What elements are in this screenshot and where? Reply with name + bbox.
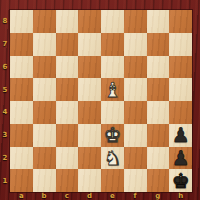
square-a4[interactable] xyxy=(10,101,33,124)
file-label-g: g xyxy=(147,192,170,200)
square-f6[interactable] xyxy=(124,56,147,79)
square-g1[interactable] xyxy=(147,169,170,192)
file-label-a: a xyxy=(10,192,33,200)
square-f8[interactable] xyxy=(124,10,147,33)
piece-white-bishop-e5[interactable]: ♝ xyxy=(101,78,124,101)
square-b2[interactable] xyxy=(33,147,56,170)
square-d1[interactable] xyxy=(78,169,101,192)
square-g8[interactable] xyxy=(147,10,170,33)
square-d4[interactable] xyxy=(78,101,101,124)
file-label-f: f xyxy=(124,192,147,200)
square-c6[interactable] xyxy=(56,56,79,79)
square-c4[interactable] xyxy=(56,101,79,124)
square-f3[interactable] xyxy=(124,124,147,147)
square-d8[interactable] xyxy=(78,10,101,33)
square-a7[interactable] xyxy=(10,33,33,56)
square-f2[interactable] xyxy=(124,147,147,170)
square-a2[interactable] xyxy=(10,147,33,170)
square-a5[interactable] xyxy=(10,78,33,101)
chess-board-frame: ♝♚♟♞♟♚ 87654321 abcdefgh xyxy=(0,0,200,200)
square-h4[interactable] xyxy=(169,101,192,124)
rank-label-3: 3 xyxy=(0,124,10,147)
square-c5[interactable] xyxy=(56,78,79,101)
square-h6[interactable] xyxy=(169,56,192,79)
piece-white-knight-e2[interactable]: ♞ xyxy=(101,147,124,170)
square-h5[interactable] xyxy=(169,78,192,101)
rank-label-5: 5 xyxy=(0,78,10,101)
piece-black-pawn-h3[interactable]: ♟ xyxy=(169,124,192,147)
square-b1[interactable] xyxy=(33,169,56,192)
square-a8[interactable] xyxy=(10,10,33,33)
square-b8[interactable] xyxy=(33,10,56,33)
square-h7[interactable] xyxy=(169,33,192,56)
rank-label-2: 2 xyxy=(0,147,10,170)
square-f7[interactable] xyxy=(124,33,147,56)
square-h1[interactable]: ♚ xyxy=(169,169,192,192)
square-g4[interactable] xyxy=(147,101,170,124)
square-d7[interactable] xyxy=(78,33,101,56)
square-c3[interactable] xyxy=(56,124,79,147)
rank-label-4: 4 xyxy=(0,101,10,124)
file-label-b: b xyxy=(33,192,56,200)
square-f5[interactable] xyxy=(124,78,147,101)
piece-white-king-e3[interactable]: ♚ xyxy=(101,124,124,147)
square-b6[interactable] xyxy=(33,56,56,79)
chess-board: ♝♚♟♞♟♚ xyxy=(10,10,192,192)
square-e8[interactable] xyxy=(101,10,124,33)
rank-label-1: 1 xyxy=(0,169,10,192)
square-d6[interactable] xyxy=(78,56,101,79)
file-label-c: c xyxy=(56,192,79,200)
square-g3[interactable] xyxy=(147,124,170,147)
square-f1[interactable] xyxy=(124,169,147,192)
square-d3[interactable] xyxy=(78,124,101,147)
square-g6[interactable] xyxy=(147,56,170,79)
square-a6[interactable] xyxy=(10,56,33,79)
square-h8[interactable] xyxy=(169,10,192,33)
square-g5[interactable] xyxy=(147,78,170,101)
square-c8[interactable] xyxy=(56,10,79,33)
square-g7[interactable] xyxy=(147,33,170,56)
square-e6[interactable] xyxy=(101,56,124,79)
square-h2[interactable]: ♟ xyxy=(169,147,192,170)
square-b7[interactable] xyxy=(33,33,56,56)
rank-label-6: 6 xyxy=(0,56,10,79)
square-a1[interactable] xyxy=(10,169,33,192)
file-label-h: h xyxy=(169,192,192,200)
square-e2[interactable]: ♞ xyxy=(101,147,124,170)
square-e3[interactable]: ♚ xyxy=(101,124,124,147)
square-c1[interactable] xyxy=(56,169,79,192)
square-e1[interactable] xyxy=(101,169,124,192)
piece-black-pawn-h2[interactable]: ♟ xyxy=(169,147,192,170)
file-label-e: e xyxy=(101,192,124,200)
square-d2[interactable] xyxy=(78,147,101,170)
square-a3[interactable] xyxy=(10,124,33,147)
square-b5[interactable] xyxy=(33,78,56,101)
square-c7[interactable] xyxy=(56,33,79,56)
square-e4[interactable] xyxy=(101,101,124,124)
square-g2[interactable] xyxy=(147,147,170,170)
square-e5[interactable]: ♝ xyxy=(101,78,124,101)
rank-label-7: 7 xyxy=(0,33,10,56)
square-e7[interactable] xyxy=(101,33,124,56)
square-b3[interactable] xyxy=(33,124,56,147)
piece-black-king-h1[interactable]: ♚ xyxy=(169,169,192,192)
file-label-d: d xyxy=(78,192,101,200)
rank-label-8: 8 xyxy=(0,10,10,33)
square-f4[interactable] xyxy=(124,101,147,124)
square-d5[interactable] xyxy=(78,78,101,101)
square-b4[interactable] xyxy=(33,101,56,124)
square-c2[interactable] xyxy=(56,147,79,170)
square-h3[interactable]: ♟ xyxy=(169,124,192,147)
